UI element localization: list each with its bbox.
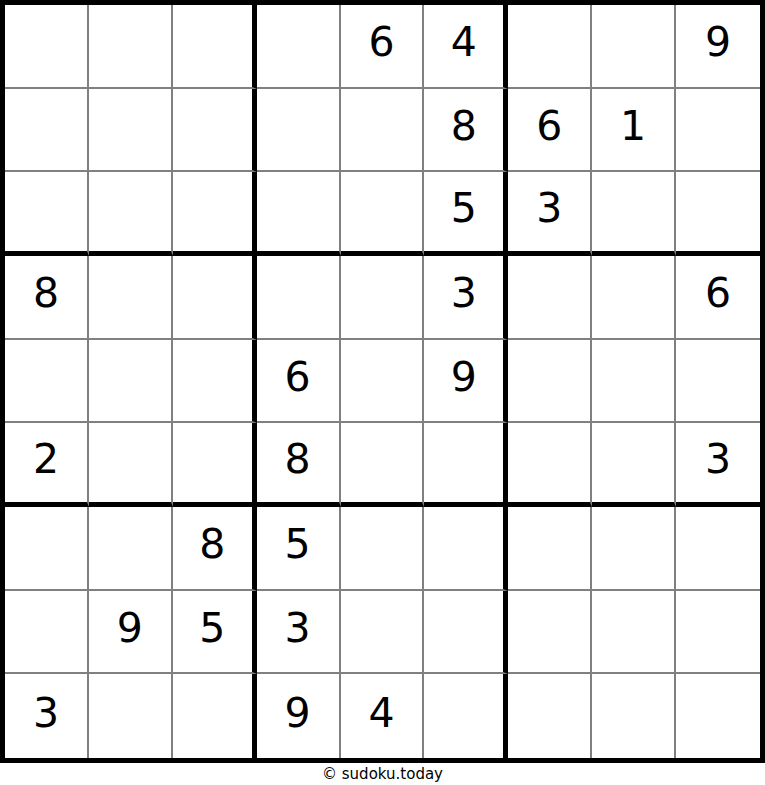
cell-r5c5[interactable]: [341, 340, 425, 424]
cell-r4c3[interactable]: [173, 256, 257, 340]
cell-r3c5[interactable]: [341, 172, 425, 256]
cell-r9c9[interactable]: [676, 674, 760, 758]
cell-r9c2[interactable]: [89, 674, 173, 758]
cell-r3c8[interactable]: [592, 172, 676, 256]
cell-r9c8[interactable]: [592, 674, 676, 758]
cell-r7c5[interactable]: [341, 507, 425, 591]
given-digit: 3: [33, 693, 59, 734]
cell-r7c1[interactable]: [5, 507, 89, 591]
cell-r3c6[interactable]: 5: [424, 172, 508, 256]
given-digit: 3: [705, 439, 731, 480]
cell-r8c9[interactable]: [676, 591, 760, 675]
cell-r9c5[interactable]: 4: [341, 674, 425, 758]
cell-r6c5[interactable]: [341, 423, 425, 507]
cell-r7c4[interactable]: 5: [257, 507, 341, 591]
cell-r1c1[interactable]: [5, 5, 89, 89]
cell-r6c1[interactable]: 2: [5, 423, 89, 507]
cell-r4c8[interactable]: [592, 256, 676, 340]
cell-r6c6[interactable]: [424, 423, 508, 507]
given-digit: 5: [451, 188, 477, 229]
cell-r1c8[interactable]: [592, 5, 676, 89]
cell-r9c3[interactable]: [173, 674, 257, 758]
cell-r1c6[interactable]: 4: [424, 5, 508, 89]
cell-r1c5[interactable]: 6: [341, 5, 425, 89]
cell-r5c3[interactable]: [173, 340, 257, 424]
given-digit: 9: [117, 608, 143, 649]
cell-r3c7[interactable]: 3: [508, 172, 592, 256]
given-digit: 8: [285, 439, 311, 480]
cell-r2c1[interactable]: [5, 89, 89, 173]
cell-r5c4[interactable]: 6: [257, 340, 341, 424]
cell-r3c9[interactable]: [676, 172, 760, 256]
given-digit: 5: [285, 524, 311, 565]
given-digit: 5: [199, 608, 225, 649]
cell-r9c4[interactable]: 9: [257, 674, 341, 758]
cell-r5c7[interactable]: [508, 340, 592, 424]
cell-r4c7[interactable]: [508, 256, 592, 340]
cell-r2c8[interactable]: 1: [592, 89, 676, 173]
cell-r1c2[interactable]: [89, 5, 173, 89]
cell-r2c6[interactable]: 8: [424, 89, 508, 173]
cell-r2c3[interactable]: [173, 89, 257, 173]
given-digit: 6: [285, 357, 311, 398]
given-digit: 3: [451, 273, 477, 314]
cell-r7c3[interactable]: 8: [173, 507, 257, 591]
cell-r7c7[interactable]: [508, 507, 592, 591]
cell-r8c2[interactable]: 9: [89, 591, 173, 675]
given-digit: 6: [536, 106, 562, 147]
cell-r4c9[interactable]: 6: [676, 256, 760, 340]
cell-r7c2[interactable]: [89, 507, 173, 591]
cell-r9c6[interactable]: [424, 674, 508, 758]
given-digit: 6: [368, 22, 394, 63]
cell-r7c9[interactable]: [676, 507, 760, 591]
cell-r4c6[interactable]: 3: [424, 256, 508, 340]
cell-r9c1[interactable]: 3: [5, 674, 89, 758]
cell-r6c4[interactable]: 8: [257, 423, 341, 507]
cell-r8c3[interactable]: 5: [173, 591, 257, 675]
cell-r6c7[interactable]: [508, 423, 592, 507]
cell-r2c2[interactable]: [89, 89, 173, 173]
cell-r2c9[interactable]: [676, 89, 760, 173]
cell-r8c5[interactable]: [341, 591, 425, 675]
given-digit: 8: [199, 524, 225, 565]
given-digit: 4: [451, 22, 477, 63]
cell-r6c3[interactable]: [173, 423, 257, 507]
cell-r5c2[interactable]: [89, 340, 173, 424]
given-digit: 2: [33, 439, 59, 480]
given-digit: 3: [536, 188, 562, 229]
cell-r5c6[interactable]: 9: [424, 340, 508, 424]
cell-r1c3[interactable]: [173, 5, 257, 89]
cell-r3c1[interactable]: [5, 172, 89, 256]
given-digit: 8: [451, 106, 477, 147]
cell-r8c8[interactable]: [592, 591, 676, 675]
cell-r1c7[interactable]: [508, 5, 592, 89]
cell-r8c4[interactable]: 3: [257, 591, 341, 675]
cell-r8c1[interactable]: [5, 591, 89, 675]
cell-r5c1[interactable]: [5, 340, 89, 424]
given-digit: 9: [451, 357, 477, 398]
cell-r1c4[interactable]: [257, 5, 341, 89]
cell-r3c2[interactable]: [89, 172, 173, 256]
cell-r6c9[interactable]: 3: [676, 423, 760, 507]
site-credit: © sudoku.today: [0, 763, 765, 785]
cell-r3c3[interactable]: [173, 172, 257, 256]
given-digit: 9: [705, 22, 731, 63]
cell-r2c7[interactable]: 6: [508, 89, 592, 173]
cell-r4c2[interactable]: [89, 256, 173, 340]
cell-r1c9[interactable]: 9: [676, 5, 760, 89]
cell-r5c9[interactable]: [676, 340, 760, 424]
given-digit: 6: [705, 273, 731, 314]
cell-r2c5[interactable]: [341, 89, 425, 173]
given-digit: 8: [33, 273, 59, 314]
given-digit: 1: [620, 106, 646, 147]
cell-r7c8[interactable]: [592, 507, 676, 591]
sudoku-board: 649861538366928385953394: [0, 0, 765, 763]
cell-r3c4[interactable]: [257, 172, 341, 256]
given-digit: 3: [285, 608, 311, 649]
given-digit: 9: [285, 693, 311, 734]
cell-r4c1[interactable]: 8: [5, 256, 89, 340]
cell-r6c8[interactable]: [592, 423, 676, 507]
cell-r5c8[interactable]: [592, 340, 676, 424]
cell-r2c4[interactable]: [257, 89, 341, 173]
cell-r8c6[interactable]: [424, 591, 508, 675]
cell-r4c4[interactable]: [257, 256, 341, 340]
cell-r6c2[interactable]: [89, 423, 173, 507]
cell-r7c6[interactable]: [424, 507, 508, 591]
cell-r8c7[interactable]: [508, 591, 592, 675]
given-digit: 4: [368, 693, 394, 734]
cell-r9c7[interactable]: [508, 674, 592, 758]
cell-r4c5[interactable]: [341, 256, 425, 340]
